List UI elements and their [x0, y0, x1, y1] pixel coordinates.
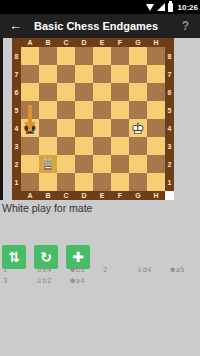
square-c4[interactable] [57, 119, 75, 137]
clock-time: 10:26 [178, 3, 198, 12]
rank-label: 3 [165, 137, 174, 155]
move-list: 1♕e4♚b52♕d4♚a53♕b2♚a4 [0, 266, 200, 288]
square-c5[interactable] [57, 101, 75, 119]
rank-label: 6 [12, 83, 21, 101]
white-king-glyph: ♔ [129, 119, 147, 137]
move-san[interactable]: ♚b5 [67, 266, 100, 277]
file-label: A [21, 38, 39, 47]
move-san[interactable]: ♕e4 [33, 266, 66, 277]
square-h6[interactable] [147, 83, 165, 101]
rank-label: 1 [165, 173, 174, 191]
rank-label: 5 [165, 101, 174, 119]
square-f2[interactable] [111, 155, 129, 173]
square-e8[interactable] [93, 47, 111, 65]
square-b1[interactable] [39, 173, 57, 191]
square-c3[interactable] [57, 137, 75, 155]
square-b4[interactable] [39, 119, 57, 137]
square-a1[interactable] [21, 173, 39, 191]
square-b7[interactable] [39, 65, 57, 83]
square-g8[interactable] [129, 47, 147, 65]
file-label: D [75, 38, 93, 47]
file-label: F [111, 191, 129, 200]
file-label: G [129, 191, 147, 200]
signal-icon [157, 3, 165, 11]
square-h7[interactable] [147, 65, 165, 83]
file-label: G [129, 38, 147, 47]
last-move-arrow-head [24, 122, 36, 130]
square-h8[interactable] [147, 47, 165, 65]
move-number: 3 [0, 277, 33, 288]
square-e5[interactable] [93, 101, 111, 119]
file-label: B [39, 191, 57, 200]
square-e1[interactable] [93, 173, 111, 191]
move-san[interactable]: ♕d4 [133, 266, 166, 277]
square-a2[interactable] [21, 155, 39, 173]
flip-board-icon: ⇅ [8, 249, 20, 265]
rank-label: 1 [12, 173, 21, 191]
rank-label: 7 [165, 65, 174, 83]
rank-label: 8 [12, 47, 21, 65]
move-san[interactable]: ♕b2 [33, 277, 66, 288]
file-label: C [57, 191, 75, 200]
rank-label: 5 [12, 101, 21, 119]
square-f8[interactable] [111, 47, 129, 65]
file-label: H [147, 191, 165, 200]
square-h3[interactable] [147, 137, 165, 155]
move-number: 2 [100, 266, 133, 277]
square-g5[interactable] [129, 101, 147, 119]
square-g7[interactable] [129, 65, 147, 83]
square-e7[interactable] [93, 65, 111, 83]
piece-white-king[interactable]: ♚♔ [129, 119, 147, 137]
square-c7[interactable] [57, 65, 75, 83]
side-to-move-indicator [165, 191, 174, 200]
rank-label: 7 [12, 65, 21, 83]
square-a6[interactable] [21, 83, 39, 101]
square-d6[interactable] [75, 83, 93, 101]
help-icon[interactable]: ? [182, 19, 189, 33]
page-title: Basic Chess Endgames [34, 20, 158, 32]
board-corner [12, 191, 21, 200]
square-d3[interactable] [75, 137, 93, 155]
battery-icon [168, 3, 173, 12]
square-g1[interactable] [129, 173, 147, 191]
square-f5[interactable] [111, 101, 129, 119]
plus-cross-icon: ✚ [72, 249, 84, 265]
square-a3[interactable] [21, 137, 39, 155]
restart-icon: ↻ [40, 249, 52, 265]
rank-label: 2 [12, 155, 21, 173]
square-h5[interactable] [147, 101, 165, 119]
square-d8[interactable] [75, 47, 93, 65]
file-label: E [93, 191, 111, 200]
square-g2[interactable] [129, 155, 147, 173]
square-c1[interactable] [57, 173, 75, 191]
white-queen-glyph: ♕ [39, 155, 57, 173]
file-label: D [75, 191, 93, 200]
square-c6[interactable] [57, 83, 75, 101]
rank-label: 8 [165, 47, 174, 65]
square-f1[interactable] [111, 173, 129, 191]
square-b6[interactable] [39, 83, 57, 101]
board-left-edge [0, 38, 3, 200]
back-arrow-icon[interactable]: ← [9, 14, 22, 38]
square-e6[interactable] [93, 83, 111, 101]
square-b8[interactable] [39, 47, 57, 65]
rank-label: 4 [12, 119, 21, 137]
square-f7[interactable] [111, 65, 129, 83]
square-e3[interactable] [93, 137, 111, 155]
move-san[interactable]: ♚a4 [67, 277, 100, 288]
rank-label: 2 [165, 155, 174, 173]
status-bar: 10:26 [0, 0, 200, 14]
square-e2[interactable] [93, 155, 111, 173]
square-h1[interactable] [147, 173, 165, 191]
square-g3[interactable] [129, 137, 147, 155]
square-f4[interactable] [111, 119, 129, 137]
square-c8[interactable] [57, 47, 75, 65]
file-label: B [39, 38, 57, 47]
chess-board: ABCDEFGH8877665544332211ABCDEFGH♚♚♔♛♕ [12, 38, 174, 200]
move-san[interactable]: ♚a5 [166, 266, 199, 277]
file-label: H [147, 38, 165, 47]
square-b5[interactable] [39, 101, 57, 119]
rank-label: 6 [165, 83, 174, 101]
square-f6[interactable] [111, 83, 129, 101]
square-d7[interactable] [75, 65, 93, 83]
rank-label: 3 [12, 137, 21, 155]
wifi-icon [146, 4, 154, 11]
square-e4[interactable] [93, 119, 111, 137]
goal-text: White play for mate [2, 202, 92, 214]
file-label: A [21, 191, 39, 200]
file-label: E [93, 38, 111, 47]
piece-white-queen[interactable]: ♛♕ [39, 155, 57, 173]
move-number: 1 [0, 266, 33, 277]
square-d1[interactable] [75, 173, 93, 191]
square-f3[interactable] [111, 137, 129, 155]
board-corner [12, 38, 21, 47]
square-d4[interactable] [75, 119, 93, 137]
square-c2[interactable] [57, 155, 75, 173]
file-label: F [111, 38, 129, 47]
square-g6[interactable] [129, 83, 147, 101]
square-d2[interactable] [75, 155, 93, 173]
board-corner [165, 38, 174, 47]
square-b3[interactable] [39, 137, 57, 155]
app-bar: ← Basic Chess Endgames ? [0, 14, 200, 38]
square-h2[interactable] [147, 155, 165, 173]
file-label: C [57, 38, 75, 47]
square-h4[interactable] [147, 119, 165, 137]
square-d5[interactable] [75, 101, 93, 119]
square-a7[interactable] [21, 65, 39, 83]
rank-label: 4 [165, 119, 174, 137]
square-a8[interactable] [21, 47, 39, 65]
